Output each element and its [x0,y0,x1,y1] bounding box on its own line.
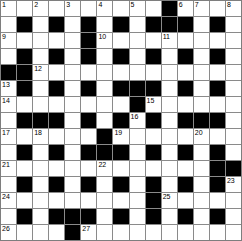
cell-r8c4[interactable] [65,129,80,144]
cell-r2c4[interactable] [65,33,80,48]
cell-r14c0[interactable]: 26 [1,225,16,240]
clue-number-5: 5 [131,1,135,9]
block-cell-r9c11 [178,145,193,160]
cell-r10c0[interactable]: 21 [1,161,16,176]
cell-r8c11[interactable] [178,129,193,144]
cell-r14c8[interactable] [130,225,145,240]
cell-r5c4[interactable] [65,81,80,96]
block-cell-r3c9 [146,49,161,64]
cell-r14c2[interactable] [33,225,48,240]
cell-r10c3[interactable] [49,161,64,176]
cell-r4c12[interactable] [194,65,209,80]
block-cell-r5c9 [146,81,161,96]
cell-r6c7[interactable] [113,97,128,112]
block-cell-r8c6 [97,129,112,144]
cell-r11c10[interactable] [162,177,177,192]
block-cell-r11c7 [113,177,128,192]
cell-r5c12[interactable] [194,81,209,96]
clue-number-16: 16 [131,113,139,121]
cell-r9c14[interactable] [226,145,241,160]
block-cell-r1c5 [81,17,96,32]
cell-r12c10[interactable]: 25 [162,193,177,208]
cell-r12c3[interactable] [49,193,64,208]
cell-r4c13[interactable] [210,65,225,80]
block-cell-r10c14 [226,161,241,176]
cell-r11c12[interactable] [194,177,209,192]
clue-number-4: 4 [98,1,102,9]
cell-r13c10[interactable] [162,209,177,224]
cell-r14c14[interactable] [226,225,241,240]
crossword-board: 1234567891011121314151617181920212223242… [0,0,242,241]
cell-r10c11[interactable] [178,161,193,176]
block-cell-r7c12 [194,113,209,128]
block-cell-r4c1 [17,65,32,80]
cell-r13c8[interactable] [130,209,145,224]
cell-r2c11[interactable] [178,33,193,48]
cell-r13c2[interactable] [33,209,48,224]
clue-number-11: 11 [163,33,170,41]
block-cell-r13c5 [81,209,96,224]
cell-r1c2[interactable] [33,17,48,32]
cell-r4c7[interactable] [113,65,128,80]
crossword-grid: 1234567891011121314151617181920212223242… [0,0,242,241]
cell-r0c13[interactable] [210,1,225,16]
cell-r9c4[interactable] [65,145,80,160]
cell-r1c4[interactable] [65,17,80,32]
cell-r7c6[interactable] [97,113,112,128]
block-cell-r9c6 [97,145,112,160]
cell-r4c10[interactable] [162,65,177,80]
cell-r6c6[interactable] [97,97,112,112]
cell-r11c8[interactable] [130,177,145,192]
block-cell-r1c1 [17,17,32,32]
block-cell-r5c1 [17,81,32,96]
cell-r12c1[interactable] [17,193,32,208]
cell-r9c8[interactable] [130,145,145,160]
block-cell-r0c10 [162,1,177,16]
cell-r2c14[interactable] [226,33,241,48]
cell-r6c5[interactable] [81,97,96,112]
block-cell-r7c7 [113,113,128,128]
cell-r0c0[interactable]: 1 [1,1,16,16]
cell-r12c6[interactable] [97,193,112,208]
cell-r4c14[interactable] [226,65,241,80]
cell-r14c3[interactable] [49,225,64,240]
cell-r13c12[interactable] [194,209,209,224]
cell-r5c0[interactable]: 13 [1,81,16,96]
cell-r14c6[interactable] [97,225,112,240]
cell-r14c7[interactable] [113,225,128,240]
cell-r5c10[interactable] [162,81,177,96]
cell-r1c14[interactable] [226,17,241,32]
cell-r8c5[interactable] [81,129,96,144]
cell-r12c2[interactable] [33,193,48,208]
block-cell-r13c13 [210,209,225,224]
cell-r1c8[interactable] [130,17,145,32]
cell-r12c12[interactable] [194,193,209,208]
cell-r10c7[interactable] [113,161,128,176]
block-cell-r5c13 [210,81,225,96]
block-cell-r11c13 [210,177,225,192]
clue-number-17: 17 [2,129,10,137]
block-cell-r5c11 [178,81,193,96]
cell-r13c0[interactable] [1,209,16,224]
cell-r0c1[interactable] [17,1,32,16]
cell-r6c11[interactable] [178,97,193,112]
clue-number-1: 1 [2,1,6,9]
cell-r4c5[interactable] [81,65,96,80]
block-cell-r14c4 [65,225,80,240]
cell-r0c12[interactable]: 7 [194,1,209,16]
cell-r2c3[interactable] [49,33,64,48]
cell-r1c6[interactable] [97,17,112,32]
clue-number-14: 14 [2,97,10,105]
block-cell-r3c13 [210,49,225,64]
cell-r14c13[interactable] [210,225,225,240]
clue-number-13: 13 [2,81,10,89]
cell-r6c0[interactable]: 14 [1,97,16,112]
cell-r6c2[interactable] [33,97,48,112]
block-cell-r1c9 [146,17,161,32]
cell-r8c2[interactable]: 18 [33,129,48,144]
clue-number-23: 23 [227,177,235,185]
block-cell-r11c9 [146,177,161,192]
cell-r9c10[interactable] [162,145,177,160]
block-cell-r7c11 [178,113,193,128]
cell-r2c6[interactable]: 10 [97,33,112,48]
block-cell-r13c9 [146,209,161,224]
block-cell-r9c5 [81,145,96,160]
cell-r10c1[interactable] [17,161,32,176]
cell-r14c9[interactable] [146,225,161,240]
cell-r0c9[interactable] [146,1,161,16]
clue-number-10: 10 [98,33,106,41]
block-cell-r9c3 [49,145,64,160]
cell-r3c14[interactable] [226,49,241,64]
block-cell-r7c1 [17,113,32,128]
cell-r3c0[interactable] [1,49,16,64]
cell-r3c8[interactable] [130,49,145,64]
cell-r8c0[interactable]: 17 [1,129,16,144]
cell-r12c7[interactable] [113,193,128,208]
block-cell-r7c2 [33,113,48,128]
cell-r8c7[interactable]: 19 [113,129,128,144]
block-cell-r13c7 [113,209,128,224]
clue-number-7: 7 [195,1,199,9]
block-cell-r5c8 [130,81,145,96]
cell-r5c2[interactable] [33,81,48,96]
cell-r14c5[interactable]: 27 [81,225,96,240]
cell-r2c2[interactable] [33,33,48,48]
cell-r14c12[interactable] [194,225,209,240]
cell-r8c14[interactable] [226,129,241,144]
clue-number-18: 18 [34,129,42,137]
cell-r8c12[interactable]: 20 [194,129,209,144]
block-cell-r1c10 [162,17,177,32]
block-cell-r1c7 [113,17,128,32]
cell-r8c9[interactable] [146,129,161,144]
cell-r3c10[interactable] [162,49,177,64]
cell-r10c12[interactable] [194,161,209,176]
cell-r0c14[interactable]: 8 [226,1,241,16]
cell-r4c4[interactable] [65,65,80,80]
cell-r4c11[interactable] [178,65,193,80]
cell-r6c12[interactable] [194,97,209,112]
clue-number-26: 26 [2,225,10,233]
cell-r6c14[interactable] [226,97,241,112]
block-cell-r13c4 [65,209,80,224]
block-cell-r13c11 [178,209,193,224]
clue-number-2: 2 [34,1,38,9]
block-cell-r12c9 [146,193,161,208]
cell-r9c0[interactable] [1,145,16,160]
cell-r10c6[interactable]: 22 [97,161,112,176]
block-cell-r13c3 [49,209,64,224]
cell-r4c6[interactable] [97,65,112,80]
cell-r10c9[interactable] [146,161,161,176]
cell-r12c8[interactable] [130,193,145,208]
cell-r9c2[interactable] [33,145,48,160]
clue-number-24: 24 [2,193,10,201]
clue-number-20: 20 [195,129,203,137]
cell-r6c10[interactable] [162,97,177,112]
cell-r8c3[interactable] [49,129,64,144]
block-cell-r3c1 [17,49,32,64]
cell-r14c11[interactable] [178,225,193,240]
cell-r2c9[interactable] [146,33,161,48]
cell-r10c8[interactable] [130,161,145,176]
block-cell-r7c9 [146,113,161,128]
cell-r0c3[interactable] [49,1,64,16]
block-cell-r7c13 [210,113,225,128]
block-cell-r9c1 [17,145,32,160]
block-cell-r9c9 [146,145,161,160]
cell-r12c11[interactable] [178,193,193,208]
cell-r9c12[interactable] [194,145,209,160]
cell-r0c7[interactable] [113,1,128,16]
cell-r11c2[interactable] [33,177,48,192]
cell-r8c8[interactable] [130,129,145,144]
block-cell-r9c13 [210,145,225,160]
block-cell-r5c7 [113,81,128,96]
clue-number-27: 27 [82,225,90,233]
cell-r0c11[interactable]: 6 [178,1,193,16]
clue-number-21: 21 [2,161,10,169]
cell-r0c5[interactable] [81,1,96,16]
cell-r12c4[interactable] [65,193,80,208]
clue-number-22: 22 [98,161,106,169]
block-cell-r3c5 [81,49,96,64]
cell-r11c6[interactable] [97,177,112,192]
cell-r2c7[interactable] [113,33,128,48]
clue-number-8: 8 [227,1,231,9]
cell-r5c14[interactable] [226,81,241,96]
cell-r8c1[interactable] [17,129,32,144]
block-cell-r10c13 [210,161,225,176]
block-cell-r5c3 [49,81,64,96]
cell-r7c10[interactable] [162,113,177,128]
cell-r4c9[interactable] [146,65,161,80]
cell-r3c4[interactable] [65,49,80,64]
cell-r8c13[interactable] [210,129,225,144]
cell-r10c4[interactable] [65,161,80,176]
cell-r12c14[interactable] [226,193,241,208]
cell-r12c0[interactable]: 24 [1,193,16,208]
cell-r2c12[interactable] [194,33,209,48]
block-cell-r4c0 [1,65,16,80]
cell-r3c12[interactable] [194,49,209,64]
block-cell-r11c1 [17,177,32,192]
cell-r11c0[interactable] [1,177,16,192]
block-cell-r1c3 [49,17,64,32]
cell-r4c2[interactable]: 12 [33,65,48,80]
block-cell-r11c11 [178,177,193,192]
cell-r11c14[interactable]: 23 [226,177,241,192]
clue-number-25: 25 [163,193,171,201]
cell-r2c10[interactable]: 11 [162,33,177,48]
cell-r6c13[interactable] [210,97,225,112]
block-cell-r9c7 [113,145,128,160]
cell-r13c6[interactable] [97,209,112,224]
block-cell-r7c3 [49,113,64,128]
clue-number-12: 12 [34,65,42,73]
cell-r2c1[interactable] [17,33,32,48]
clue-number-9: 9 [2,33,6,41]
cell-r6c4[interactable] [65,97,80,112]
cell-r10c10[interactable] [162,161,177,176]
cell-r2c13[interactable] [210,33,225,48]
block-cell-r1c11 [178,17,193,32]
cell-r3c2[interactable] [33,49,48,64]
clue-number-19: 19 [114,129,122,137]
block-cell-r1c13 [210,17,225,32]
cell-r12c13[interactable] [210,193,225,208]
cell-r6c1[interactable] [17,97,32,112]
block-cell-r3c11 [178,49,193,64]
block-cell-r6c8 [130,97,145,112]
clue-number-15: 15 [147,97,155,105]
cell-r11c4[interactable] [65,177,80,192]
clue-number-3: 3 [66,1,70,9]
cell-r6c3[interactable] [49,97,64,112]
cell-r3c6[interactable] [97,49,112,64]
cell-r10c5[interactable] [81,161,96,176]
cell-r14c10[interactable] [162,225,177,240]
cell-r0c4[interactable]: 3 [65,1,80,16]
cell-r0c8[interactable]: 5 [130,1,145,16]
clue-number-6: 6 [179,1,183,9]
block-cell-r3c3 [49,49,64,64]
block-cell-r11c5 [81,177,96,192]
cell-r2c0[interactable]: 9 [1,33,16,48]
cell-r2c8[interactable] [130,33,145,48]
cell-r7c0[interactable] [1,113,16,128]
cell-r4c8[interactable] [130,65,145,80]
cell-r7c8[interactable]: 16 [130,113,145,128]
block-cell-r3c7 [113,49,128,64]
cell-r7c4[interactable] [65,113,80,128]
cell-r1c0[interactable] [1,17,16,32]
cell-r13c14[interactable] [226,209,241,224]
cell-r12c5[interactable] [81,193,96,208]
block-cell-r11c3 [49,177,64,192]
block-cell-r7c5 [81,113,96,128]
block-cell-r2c5 [81,33,96,48]
cell-r10c2[interactable] [33,161,48,176]
cell-r0c6[interactable]: 4 [97,1,112,16]
cell-r14c1[interactable] [17,225,32,240]
cell-r1c12[interactable] [194,17,209,32]
cell-r4c3[interactable] [49,65,64,80]
cell-r6c9[interactable]: 15 [146,97,161,112]
cell-r7c14[interactable] [226,113,241,128]
block-cell-r5c5 [81,81,96,96]
cell-r5c6[interactable] [97,81,112,96]
block-cell-r13c1 [17,209,32,224]
cell-r0c2[interactable]: 2 [33,1,48,16]
cell-r8c10[interactable] [162,129,177,144]
